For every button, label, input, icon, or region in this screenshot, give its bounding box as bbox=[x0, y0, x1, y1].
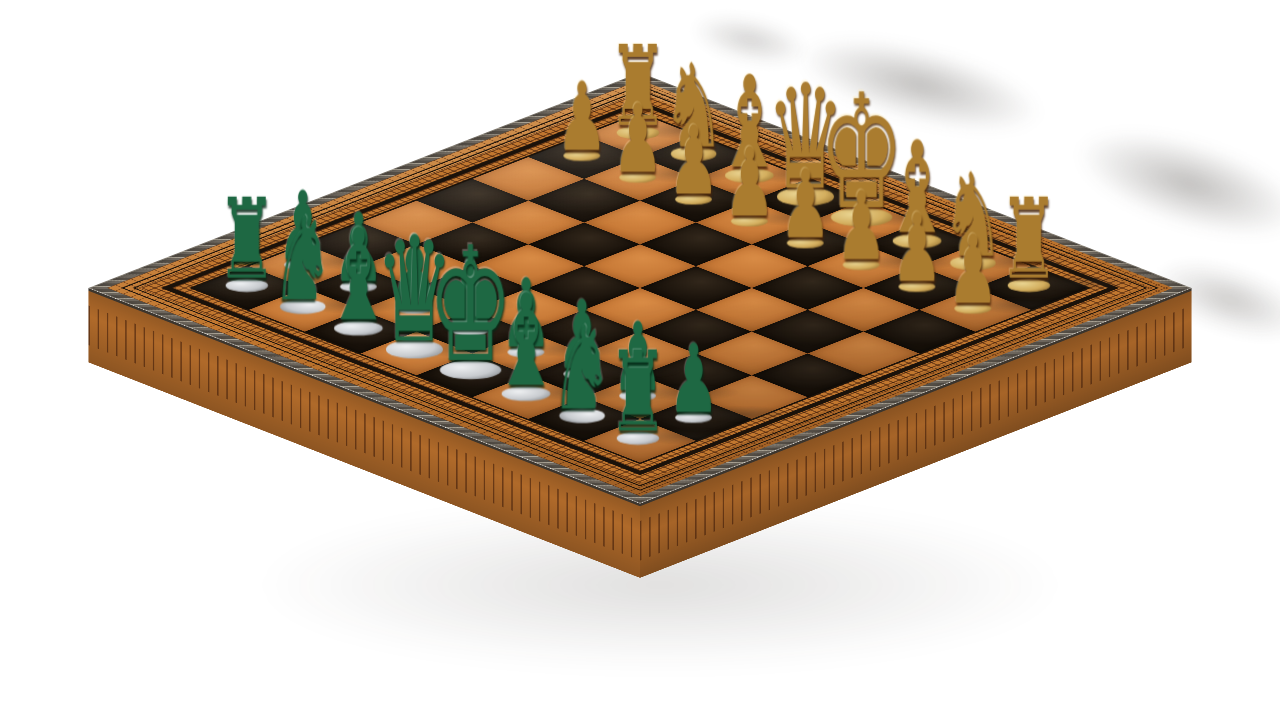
chessboard-case: ♜♞♝♛♚♝♞♜♟♟♟♟♟♟♟♟♟♟♟♟♟♟♟♟♜♞♝♛♚♝♞♜ bbox=[250, 0, 1030, 678]
rook-glyph: ♜ bbox=[608, 340, 668, 445]
pawn-glyph: ♟ bbox=[891, 203, 943, 293]
chess-board: ♜♞♝♛♚♝♞♜♟♟♟♟♟♟♟♟♟♟♟♟♟♟♟♟♜♞♝♛♚♝♞♜ bbox=[88, 72, 1191, 503]
rook-glyph: ♜ bbox=[999, 188, 1059, 293]
product-photo-stage: ♜♞♝♛♚♝♞♜♟♟♟♟♟♟♟♟♟♟♟♟♟♟♟♟♜♞♝♛♚♝♞♜ bbox=[0, 0, 1280, 722]
pawn-glyph: ♟ bbox=[947, 225, 999, 315]
perspective-scene: ♜♞♝♛♚♝♞♜♟♟♟♟♟♟♟♟♟♟♟♟♟♟♟♟♜♞♝♛♚♝♞♜ bbox=[0, 0, 1280, 722]
pawn-glyph: ♟ bbox=[668, 334, 720, 424]
